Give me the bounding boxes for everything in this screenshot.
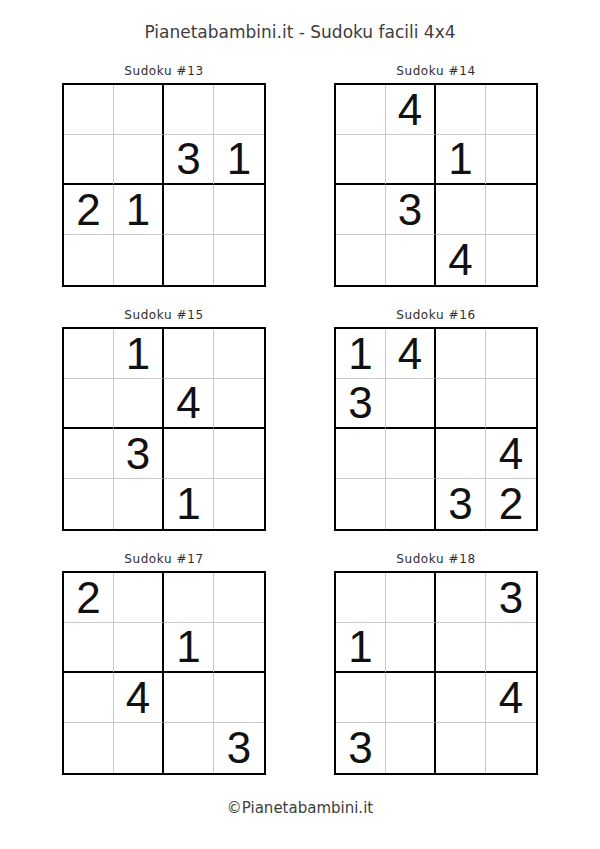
cell-r1c3[interactable] [164,573,214,623]
cell-r2c3: 1 [436,135,486,185]
puzzle-sudoku-16: Sudoku #16 143432 [334,307,538,531]
copyright-text: ©Pianetabambini.it [0,799,600,817]
cell-r4c3[interactable] [164,723,214,773]
cell-r1c4[interactable] [214,329,264,379]
cell-r3c3[interactable] [164,673,214,723]
cell-r4c2[interactable] [114,235,164,285]
cell-r3c1: 2 [64,185,114,235]
cell-r3c4[interactable] [214,185,264,235]
cell-r4c1[interactable] [64,723,114,773]
cell-r3c3[interactable] [436,185,486,235]
sudoku-board-15: 1431 [62,327,266,531]
cell-r3c3[interactable] [436,673,486,723]
sudoku-board-17: 2143 [62,571,266,775]
cell-r4c3[interactable] [164,235,214,285]
cell-r4c3: 4 [436,235,486,285]
cell-r3c3[interactable] [164,185,214,235]
cell-r3c2: 3 [114,429,164,479]
sudoku-board-16: 143432 [334,327,538,531]
cell-r3c4[interactable] [214,673,264,723]
cell-r4c2[interactable] [114,723,164,773]
cell-r3c2[interactable] [386,673,436,723]
cell-r1c2[interactable] [386,573,436,623]
cell-r2c1[interactable] [336,135,386,185]
cell-r2c2[interactable] [114,379,164,429]
cell-r4c4[interactable] [486,235,536,285]
puzzle-sudoku-18: Sudoku #18 3143 [334,551,538,775]
cell-r4c1[interactable] [336,479,386,529]
cell-r4c2[interactable] [114,479,164,529]
cell-r1c3[interactable] [164,329,214,379]
cell-r2c4[interactable] [486,379,536,429]
cell-r3c4[interactable] [486,185,536,235]
cell-r4c1[interactable] [64,479,114,529]
cell-r2c2[interactable] [114,623,164,673]
cell-r1c1[interactable] [64,329,114,379]
puzzle-sudoku-13: Sudoku #13 3121 [62,63,266,287]
cell-r3c2: 4 [114,673,164,723]
puzzle-sudoku-15: Sudoku #15 1431 [62,307,266,531]
cell-r3c1[interactable] [336,673,386,723]
cell-r4c4: 3 [214,723,264,773]
cell-r2c3: 3 [164,135,214,185]
cell-r2c3[interactable] [436,623,486,673]
puzzle-title: Sudoku #13 [62,63,266,79]
cell-r3c1[interactable] [64,429,114,479]
cell-r1c4[interactable] [214,85,264,135]
cell-r1c3[interactable] [436,329,486,379]
puzzle-title: Sudoku #17 [62,551,266,567]
cell-r2c2[interactable] [386,623,436,673]
cell-r2c3: 4 [164,379,214,429]
cell-r2c2[interactable] [386,135,436,185]
cell-r1c1: 1 [336,329,386,379]
puzzle-title: Sudoku #15 [62,307,266,323]
cell-r1c1: 2 [64,573,114,623]
cell-r4c2[interactable] [386,723,436,773]
cell-r4c3[interactable] [436,723,486,773]
cell-r1c4[interactable] [214,573,264,623]
cell-r4c1[interactable] [336,235,386,285]
cell-r3c3[interactable] [436,429,486,479]
cell-r1c4[interactable] [486,85,536,135]
cell-r1c3[interactable] [164,85,214,135]
sudoku-board-13: 3121 [62,83,266,287]
cell-r1c1[interactable] [336,85,386,135]
page-title: Pianetabambini.it - Sudoku facili 4x4 [0,0,600,43]
cell-r1c3[interactable] [436,85,486,135]
cell-r4c2[interactable] [386,479,436,529]
cell-r4c4[interactable] [486,723,536,773]
cell-r3c1[interactable] [336,429,386,479]
puzzle-title: Sudoku #14 [334,63,538,79]
puzzle-title: Sudoku #16 [334,307,538,323]
puzzle-grid: Sudoku #13 3121 Sudoku #14 4134 Sudoku #… [0,63,600,775]
cell-r4c3: 1 [164,479,214,529]
cell-r2c1[interactable] [64,135,114,185]
cell-r3c1[interactable] [336,185,386,235]
cell-r4c4[interactable] [214,235,264,285]
cell-r2c4: 1 [214,135,264,185]
cell-r2c3[interactable] [436,379,486,429]
cell-r4c1: 3 [336,723,386,773]
cell-r1c4[interactable] [486,329,536,379]
cell-r3c2: 1 [114,185,164,235]
cell-r1c2[interactable] [114,85,164,135]
cell-r3c2: 3 [386,185,436,235]
cell-r3c4: 4 [486,673,536,723]
cell-r2c4[interactable] [486,135,536,185]
cell-r1c2: 4 [386,329,436,379]
cell-r1c1[interactable] [336,573,386,623]
cell-r3c2[interactable] [386,429,436,479]
cell-r2c1[interactable] [64,379,114,429]
cell-r3c4: 4 [486,429,536,479]
cell-r2c1: 3 [336,379,386,429]
cell-r4c2[interactable] [386,235,436,285]
cell-r4c4: 2 [486,479,536,529]
worksheet-page: Pianetabambini.it - Sudoku facili 4x4 Su… [0,0,600,849]
cell-r2c1: 1 [336,623,386,673]
puzzle-sudoku-14: Sudoku #14 4134 [334,63,538,287]
cell-r2c2[interactable] [386,379,436,429]
cell-r1c2[interactable] [114,573,164,623]
cell-r2c4[interactable] [214,379,264,429]
cell-r2c4[interactable] [214,623,264,673]
puzzle-title: Sudoku #18 [334,551,538,567]
cell-r1c2: 1 [114,329,164,379]
sudoku-board-14: 4134 [334,83,538,287]
cell-r3c3[interactable] [164,429,214,479]
cell-r3c1[interactable] [64,673,114,723]
puzzle-sudoku-17: Sudoku #17 2143 [62,551,266,775]
cell-r4c1[interactable] [64,235,114,285]
sudoku-board-18: 3143 [334,571,538,775]
cell-r2c3: 1 [164,623,214,673]
cell-r2c2[interactable] [114,135,164,185]
cell-r1c1[interactable] [64,85,114,135]
cell-r3c4[interactable] [214,429,264,479]
cell-r4c3: 3 [436,479,486,529]
cell-r2c4[interactable] [486,623,536,673]
cell-r1c2: 4 [386,85,436,135]
cell-r1c3[interactable] [436,573,486,623]
cell-r2c1[interactable] [64,623,114,673]
cell-r4c4[interactable] [214,479,264,529]
cell-r1c4: 3 [486,573,536,623]
